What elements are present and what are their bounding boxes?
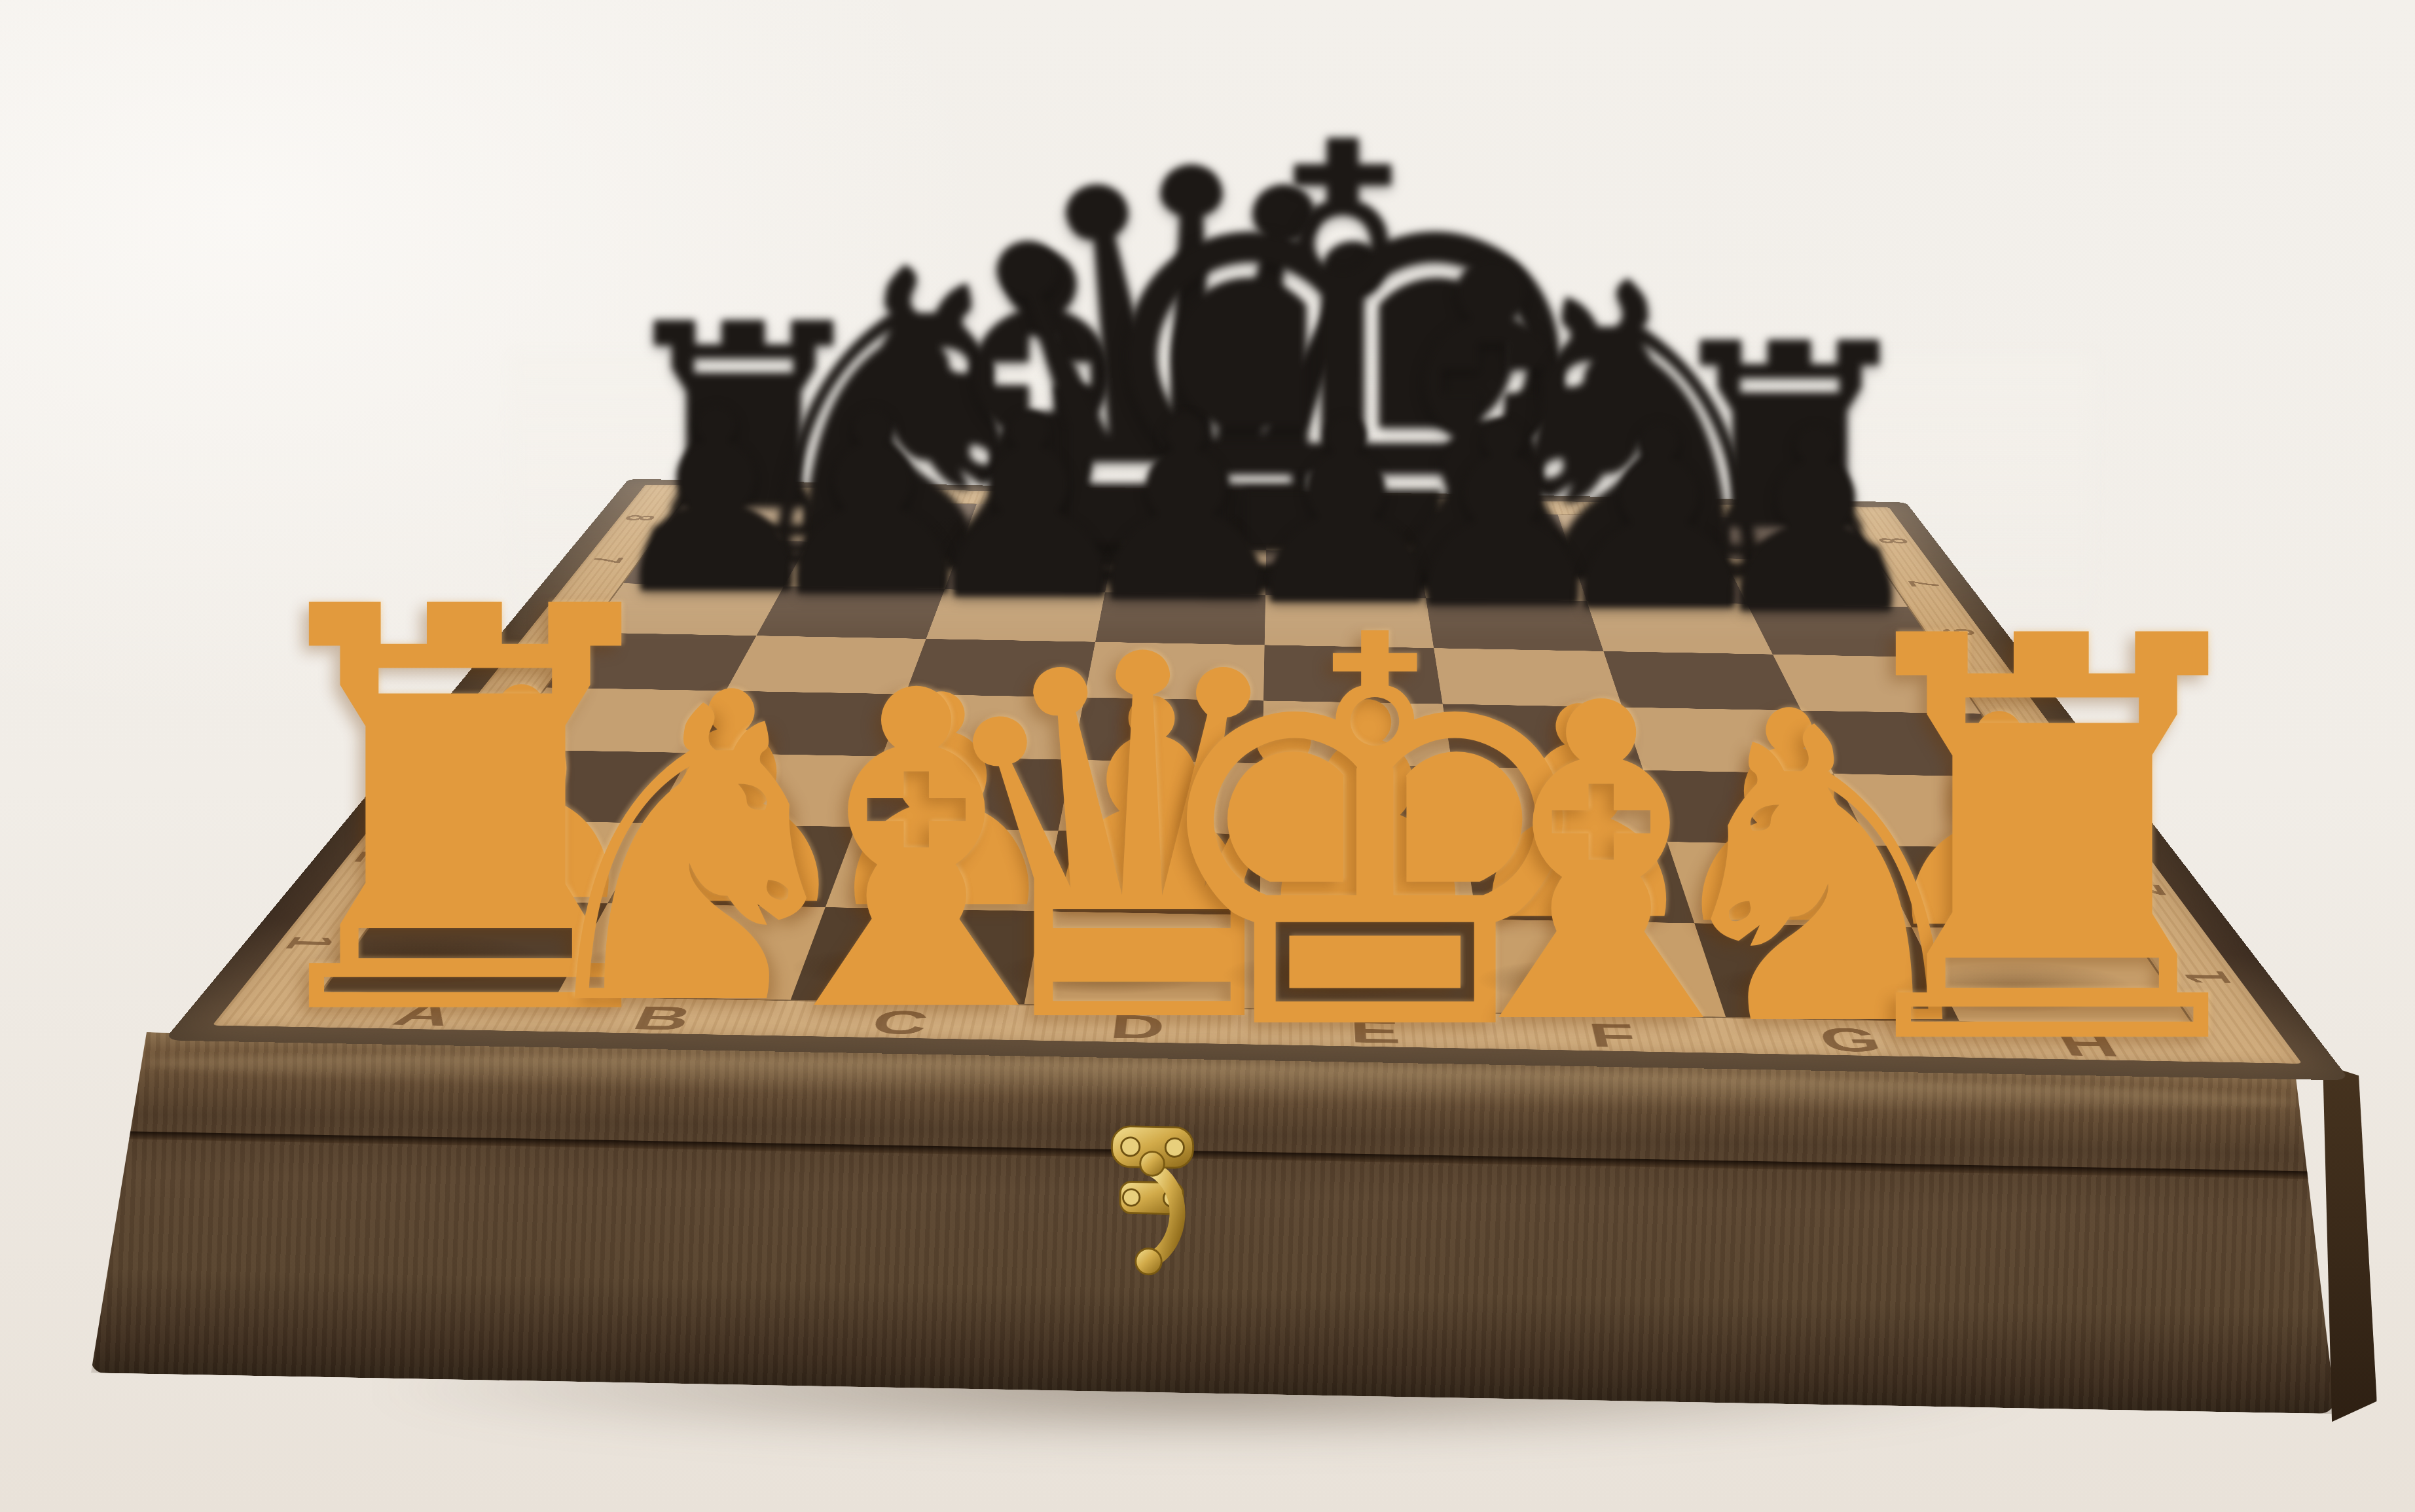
pieces-layer: ♜♞♝♛♚♝♞♜♟♟♟♟♟♟♟♟♟♟♟♟♟♟♟♟♜♞♝♛♚♝♞♜ (0, 0, 2415, 1512)
piece-white-rook-h1[interactable]: ♜ (1804, 567, 2301, 1122)
photo-scene: ABCDEFGH 87654321 87654321 ♜♞♝♛♚♝♞♜♟♟♟♟♟… (0, 0, 2415, 1512)
